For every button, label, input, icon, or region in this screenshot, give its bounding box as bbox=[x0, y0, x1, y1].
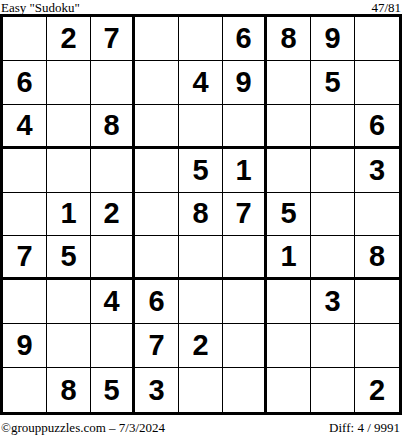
sudoku-cell-empty[interactable] bbox=[311, 149, 355, 193]
sudoku-cell-empty[interactable] bbox=[91, 61, 135, 105]
sudoku-cell-given: 6 bbox=[3, 61, 47, 105]
sudoku-cell-empty[interactable] bbox=[91, 236, 135, 280]
footer: ©grouppuzzles.com – 7/3/2024 Diff: 4 / 9… bbox=[0, 418, 402, 436]
sudoku-cell-empty[interactable] bbox=[267, 280, 311, 324]
sudoku-cell-empty[interactable] bbox=[47, 61, 91, 105]
sudoku-cell-given: 5 bbox=[267, 193, 311, 237]
sudoku-cell-given: 9 bbox=[3, 324, 47, 368]
sudoku-cell-given: 9 bbox=[311, 17, 355, 61]
sudoku-cell-empty[interactable] bbox=[47, 105, 91, 149]
sudoku-cell-empty[interactable] bbox=[267, 149, 311, 193]
sudoku-cell-empty[interactable] bbox=[223, 368, 267, 412]
sudoku-cell-empty[interactable] bbox=[311, 368, 355, 412]
sudoku-cell-empty[interactable] bbox=[135, 61, 179, 105]
sudoku-board: 2768964954865131287575184639728532 bbox=[0, 14, 402, 415]
difficulty-label: Diff: 4 / 9991 bbox=[329, 420, 402, 435]
sudoku-cell-given: 6 bbox=[223, 17, 267, 61]
sudoku-cell-empty[interactable] bbox=[135, 17, 179, 61]
sudoku-cell-given: 4 bbox=[179, 61, 223, 105]
sudoku-page: { "game": "sudoku", "position": ".27..68… bbox=[0, 0, 402, 437]
sudoku-cell-empty[interactable] bbox=[355, 17, 399, 61]
sudoku-cell-empty[interactable] bbox=[179, 105, 223, 149]
sudoku-cell-empty[interactable] bbox=[179, 280, 223, 324]
sudoku-cell-empty[interactable] bbox=[135, 236, 179, 280]
sudoku-cell-given: 5 bbox=[179, 149, 223, 193]
sudoku-cell-given: 8 bbox=[47, 368, 91, 412]
sudoku-cell-empty[interactable] bbox=[47, 149, 91, 193]
sudoku-cell-given: 7 bbox=[135, 324, 179, 368]
sudoku-cell-empty[interactable] bbox=[179, 368, 223, 412]
sudoku-cell-empty[interactable] bbox=[267, 324, 311, 368]
sudoku-cell-given: 6 bbox=[135, 280, 179, 324]
sudoku-cell-empty[interactable] bbox=[179, 236, 223, 280]
sudoku-cell-empty[interactable] bbox=[3, 193, 47, 237]
sudoku-cell-empty[interactable] bbox=[311, 105, 355, 149]
sudoku-cell-given: 4 bbox=[91, 280, 135, 324]
puzzle-title: Easy "Sudoku" bbox=[0, 1, 80, 14]
sudoku-cell-empty[interactable] bbox=[47, 324, 91, 368]
sudoku-cell-given: 2 bbox=[179, 324, 223, 368]
sudoku-cell-given: 1 bbox=[47, 193, 91, 237]
sudoku-cell-given: 4 bbox=[3, 105, 47, 149]
sudoku-cell-given: 1 bbox=[267, 236, 311, 280]
sudoku-cell-empty[interactable] bbox=[3, 17, 47, 61]
sudoku-cell-empty[interactable] bbox=[47, 280, 91, 324]
sudoku-cell-empty[interactable] bbox=[355, 61, 399, 105]
sudoku-cell-given: 7 bbox=[91, 17, 135, 61]
sudoku-cell-given: 8 bbox=[179, 193, 223, 237]
sudoku-cell-given: 3 bbox=[135, 368, 179, 412]
sudoku-cell-empty[interactable] bbox=[179, 17, 223, 61]
sudoku-cell-empty[interactable] bbox=[311, 193, 355, 237]
sudoku-cell-given: 3 bbox=[311, 280, 355, 324]
sudoku-cell-given: 2 bbox=[355, 368, 399, 412]
sudoku-cell-empty[interactable] bbox=[135, 193, 179, 237]
sudoku-cell-empty[interactable] bbox=[223, 280, 267, 324]
sudoku-cell-empty[interactable] bbox=[223, 236, 267, 280]
sudoku-cell-empty[interactable] bbox=[355, 324, 399, 368]
sudoku-cell-given: 7 bbox=[223, 193, 267, 237]
sudoku-cell-given: 8 bbox=[355, 236, 399, 280]
sudoku-cell-given: 5 bbox=[47, 236, 91, 280]
sudoku-cell-empty[interactable] bbox=[223, 105, 267, 149]
sudoku-cell-empty[interactable] bbox=[3, 149, 47, 193]
sudoku-cell-empty[interactable] bbox=[311, 236, 355, 280]
sudoku-cell-given: 5 bbox=[91, 368, 135, 412]
sudoku-cell-given: 3 bbox=[355, 149, 399, 193]
sudoku-cell-given: 1 bbox=[223, 149, 267, 193]
sudoku-cell-given: 8 bbox=[91, 105, 135, 149]
sudoku-cell-given: 2 bbox=[91, 193, 135, 237]
sudoku-cell-empty[interactable] bbox=[3, 280, 47, 324]
sudoku-cell-empty[interactable] bbox=[267, 61, 311, 105]
sudoku-cell-given: 8 bbox=[267, 17, 311, 61]
sudoku-cell-empty[interactable] bbox=[223, 324, 267, 368]
empty-cell-count: 47/81 bbox=[371, 1, 402, 14]
sudoku-cell-given: 7 bbox=[3, 236, 47, 280]
sudoku-cell-empty[interactable] bbox=[355, 280, 399, 324]
sudoku-cell-empty[interactable] bbox=[135, 149, 179, 193]
sudoku-cell-empty[interactable] bbox=[3, 368, 47, 412]
sudoku-cell-empty[interactable] bbox=[267, 105, 311, 149]
header: Easy "Sudoku" 47/81 bbox=[0, 0, 402, 14]
sudoku-cell-empty[interactable] bbox=[355, 193, 399, 237]
sudoku-cell-given: 6 bbox=[355, 105, 399, 149]
sudoku-cell-empty[interactable] bbox=[91, 149, 135, 193]
sudoku-cell-given: 5 bbox=[311, 61, 355, 105]
sudoku-cell-empty[interactable] bbox=[267, 368, 311, 412]
sudoku-cell-empty[interactable] bbox=[91, 324, 135, 368]
sudoku-cell-empty[interactable] bbox=[311, 324, 355, 368]
sudoku-cell-given: 2 bbox=[47, 17, 91, 61]
sudoku-cell-given: 9 bbox=[223, 61, 267, 105]
copyright-credit: ©grouppuzzles.com – 7/3/2024 bbox=[0, 420, 165, 435]
sudoku-cell-empty[interactable] bbox=[135, 105, 179, 149]
